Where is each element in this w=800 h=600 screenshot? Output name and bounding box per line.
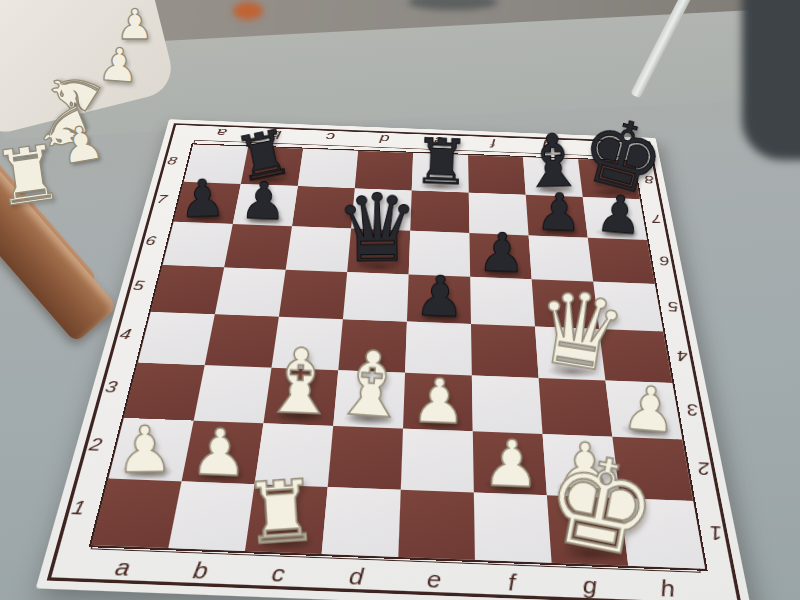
square-a7[interactable]: ♟ xyxy=(174,182,241,224)
white-pawn-e3[interactable]: ♟ xyxy=(411,371,468,431)
background-dark-structure xyxy=(742,0,800,160)
square-a4[interactable] xyxy=(138,312,215,365)
square-c3[interactable]: ♝ xyxy=(263,368,338,426)
square-e8[interactable]: ♜ xyxy=(412,153,469,193)
square-b7[interactable]: ♟ xyxy=(233,184,298,226)
square-h7[interactable]: ♟ xyxy=(583,197,647,240)
white-pawn-f2[interactable]: ♟ xyxy=(482,432,541,495)
white-pawn-a2[interactable]: ♟ xyxy=(116,419,174,481)
background-orange-object xyxy=(233,2,263,20)
white-king-g1[interactable]: ♚ xyxy=(535,437,667,575)
square-f6[interactable]: ♟ xyxy=(469,233,531,279)
black-pawn-f6[interactable]: ♟ xyxy=(477,226,527,279)
white-rook-c1[interactable]: ♜ xyxy=(241,470,321,555)
black-pawn-b7[interactable]: ♟ xyxy=(239,175,287,226)
black-rook-e8[interactable]: ♜ xyxy=(412,132,470,193)
file-label-d: d xyxy=(315,556,395,597)
chess-photo-scene: ♜♞♞♟♟♟ ♜♜♝♚♟♟♟♟♛♟♟♛♝♝♟♟♟♟♟♟♜♚ abcdefgh a… xyxy=(0,0,800,600)
square-h3[interactable]: ♟ xyxy=(605,381,682,440)
offboard-white-pawn[interactable]: ♟ xyxy=(56,117,107,172)
square-c5[interactable] xyxy=(279,270,347,319)
board-squares-frame: ♜♜♝♚♟♟♟♟♛♟♟♛♝♝♟♟♟♟♟♟♜♚ xyxy=(89,143,708,571)
square-a1[interactable] xyxy=(92,479,182,548)
square-g7[interactable]: ♟ xyxy=(526,195,588,238)
board-vinyl-mat: ♜♜♝♚♟♟♟♟♛♟♟♛♝♝♟♟♟♟♟♟♜♚ abcdefgh abcdefgh… xyxy=(36,119,753,600)
file-label-h: h xyxy=(626,568,710,600)
square-d5[interactable] xyxy=(343,272,409,322)
offboard-white-pawn[interactable]: ♟ xyxy=(116,4,154,46)
square-b6[interactable] xyxy=(224,224,292,270)
square-g1[interactable]: ♚ xyxy=(547,495,628,565)
file-label-a: a xyxy=(79,547,166,588)
square-e2[interactable] xyxy=(401,429,474,493)
square-f8[interactable] xyxy=(468,155,526,195)
square-b5[interactable] xyxy=(215,267,286,316)
square-g4[interactable]: ♛ xyxy=(535,327,605,381)
black-queen-d6[interactable]: ♛ xyxy=(335,184,421,274)
file-label-b: b xyxy=(158,550,242,591)
square-e1[interactable] xyxy=(398,490,475,560)
white-pawn-h3[interactable]: ♟ xyxy=(620,378,679,441)
black-pawn-e5[interactable]: ♟ xyxy=(414,269,466,324)
file-label-e: e xyxy=(394,559,473,600)
file-label-c: c xyxy=(302,127,359,148)
black-pawn-g7[interactable]: ♟ xyxy=(535,187,583,238)
square-e5[interactable]: ♟ xyxy=(407,274,471,324)
file-label-c: c xyxy=(237,553,319,594)
square-d2[interactable] xyxy=(328,426,403,490)
square-f2[interactable]: ♟ xyxy=(473,431,547,495)
white-queen-g4[interactable]: ♛ xyxy=(527,276,632,386)
file-label-f: f xyxy=(466,133,521,154)
file-label-f: f xyxy=(473,562,552,600)
black-pawn-h7[interactable]: ♟ xyxy=(594,188,644,241)
black-pawn-a7[interactable]: ♟ xyxy=(179,173,227,223)
square-f5[interactable] xyxy=(470,277,535,327)
square-d3[interactable]: ♝ xyxy=(333,370,405,428)
square-d6[interactable]: ♛ xyxy=(347,229,410,275)
square-e3[interactable]: ♟ xyxy=(403,373,473,432)
board-grid: ♜♜♝♚♟♟♟♟♛♟♟♛♝♝♟♟♟♟♟♟♜♚ xyxy=(92,144,705,568)
square-d1[interactable] xyxy=(322,487,401,557)
file-label-d: d xyxy=(357,129,413,150)
square-a5[interactable] xyxy=(151,265,224,314)
square-a2[interactable]: ♟ xyxy=(109,418,194,481)
square-c1[interactable]: ♜ xyxy=(245,484,328,554)
file-label-g: g xyxy=(549,565,631,600)
chess-board: ♜♜♝♚♟♟♟♟♛♟♟♛♝♝♟♟♟♟♟♟♜♚ abcdefgh abcdefgh… xyxy=(36,119,753,600)
square-a6[interactable] xyxy=(163,222,233,268)
white-bishop-d3[interactable]: ♝ xyxy=(328,340,414,431)
